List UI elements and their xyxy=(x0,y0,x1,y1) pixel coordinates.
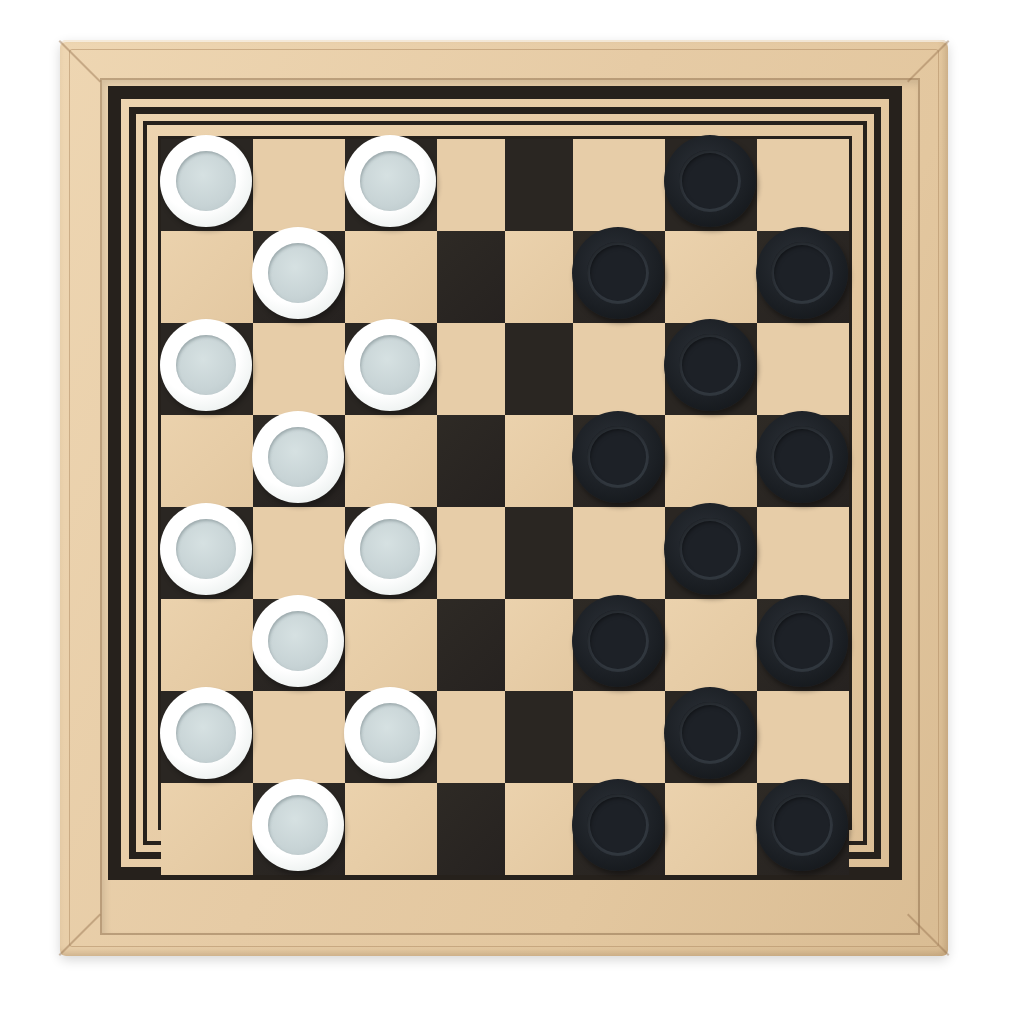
black-piece-center xyxy=(587,610,649,672)
white-piece-center xyxy=(360,703,420,763)
square-f5[interactable] xyxy=(573,415,665,507)
square-f1[interactable] xyxy=(573,783,665,875)
white-piece-b5[interactable] xyxy=(252,411,344,503)
black-piece-center xyxy=(679,334,741,396)
white-piece-center xyxy=(176,151,236,211)
square-g6[interactable] xyxy=(665,323,757,415)
white-piece-b3[interactable] xyxy=(252,595,344,687)
square-h6[interactable] xyxy=(757,323,849,415)
white-piece-center xyxy=(268,243,328,303)
black-piece-h1[interactable] xyxy=(756,779,848,871)
square-b1[interactable] xyxy=(253,783,345,875)
black-piece-center xyxy=(587,426,649,488)
white-piece-a2[interactable] xyxy=(160,687,252,779)
square-c4[interactable] xyxy=(345,507,437,599)
white-piece-c2[interactable] xyxy=(344,687,436,779)
white-piece-center xyxy=(360,335,420,395)
square-e8[interactable] xyxy=(505,139,573,231)
square-g5[interactable] xyxy=(665,415,757,507)
frame-miter-top-left xyxy=(59,40,101,82)
square-b3[interactable] xyxy=(253,599,345,691)
square-b7[interactable] xyxy=(253,231,345,323)
white-piece-a4[interactable] xyxy=(160,503,252,595)
white-piece-b7[interactable] xyxy=(252,227,344,319)
square-d1[interactable] xyxy=(437,783,505,875)
square-d8[interactable] xyxy=(437,139,505,231)
frame-miter-bottom-left xyxy=(59,914,101,956)
white-piece-c4[interactable] xyxy=(344,503,436,595)
black-piece-center xyxy=(679,702,741,764)
black-piece-g4[interactable] xyxy=(664,503,756,595)
square-g2[interactable] xyxy=(665,691,757,783)
square-g1[interactable] xyxy=(665,783,757,875)
black-piece-center xyxy=(771,794,833,856)
square-d4[interactable] xyxy=(437,507,505,599)
frame-miter-top-right xyxy=(907,40,949,82)
square-a8[interactable] xyxy=(161,139,253,231)
square-c1[interactable] xyxy=(345,783,437,875)
black-piece-g6[interactable] xyxy=(664,319,756,411)
square-a2[interactable] xyxy=(161,691,253,783)
square-b8[interactable] xyxy=(253,139,345,231)
black-piece-f5[interactable] xyxy=(572,411,664,503)
square-c5[interactable] xyxy=(345,415,437,507)
frame-miter-bottom-right xyxy=(907,914,949,956)
black-piece-g8[interactable] xyxy=(664,135,756,227)
decorative-border-inner xyxy=(143,121,867,845)
white-piece-center xyxy=(176,519,236,579)
black-piece-h3[interactable] xyxy=(756,595,848,687)
square-e6[interactable] xyxy=(505,323,573,415)
square-c7[interactable] xyxy=(345,231,437,323)
square-h5[interactable] xyxy=(757,415,849,507)
white-piece-b1[interactable] xyxy=(252,779,344,871)
square-b5[interactable] xyxy=(253,415,345,507)
square-b2[interactable] xyxy=(253,691,345,783)
square-a3[interactable] xyxy=(161,599,253,691)
black-piece-center xyxy=(771,610,833,672)
square-e4[interactable] xyxy=(505,507,573,599)
white-piece-center xyxy=(268,795,328,855)
square-f6[interactable] xyxy=(573,323,665,415)
black-piece-center xyxy=(587,794,649,856)
black-piece-center xyxy=(771,426,833,488)
white-piece-center xyxy=(176,335,236,395)
square-c2[interactable] xyxy=(345,691,437,783)
white-piece-center xyxy=(268,611,328,671)
square-d7[interactable] xyxy=(437,231,505,323)
white-piece-center xyxy=(176,703,236,763)
square-e5[interactable] xyxy=(505,415,573,507)
decorative-border-outer xyxy=(108,86,902,880)
photo-background xyxy=(0,0,1024,1024)
square-c3[interactable] xyxy=(345,599,437,691)
square-a6[interactable] xyxy=(161,323,253,415)
white-piece-center xyxy=(360,151,420,211)
square-e2[interactable] xyxy=(505,691,573,783)
black-piece-center xyxy=(587,242,649,304)
square-e3[interactable] xyxy=(505,599,573,691)
square-h1[interactable] xyxy=(757,783,849,875)
square-f8[interactable] xyxy=(573,139,665,231)
black-piece-h7[interactable] xyxy=(756,227,848,319)
checkers-board-frame xyxy=(60,40,948,956)
decorative-border xyxy=(108,86,902,880)
square-h2[interactable] xyxy=(757,691,849,783)
square-c8[interactable] xyxy=(345,139,437,231)
square-f4[interactable] xyxy=(573,507,665,599)
square-f3[interactable] xyxy=(573,599,665,691)
black-piece-g2[interactable] xyxy=(664,687,756,779)
white-piece-c6[interactable] xyxy=(344,319,436,411)
square-g7[interactable] xyxy=(665,231,757,323)
square-d5[interactable] xyxy=(437,415,505,507)
square-b4[interactable] xyxy=(253,507,345,599)
white-piece-a8[interactable] xyxy=(160,135,252,227)
square-f2[interactable] xyxy=(573,691,665,783)
black-piece-f7[interactable] xyxy=(572,227,664,319)
square-e1[interactable] xyxy=(505,783,573,875)
square-e7[interactable] xyxy=(505,231,573,323)
square-a1[interactable] xyxy=(161,783,253,875)
black-piece-center xyxy=(679,518,741,580)
white-piece-a6[interactable] xyxy=(160,319,252,411)
square-b6[interactable] xyxy=(253,323,345,415)
white-piece-center xyxy=(268,427,328,487)
black-piece-h5[interactable] xyxy=(756,411,848,503)
square-g4[interactable] xyxy=(665,507,757,599)
square-g3[interactable] xyxy=(665,599,757,691)
checkerboard xyxy=(158,136,852,830)
black-piece-f1[interactable] xyxy=(572,779,664,871)
square-a4[interactable] xyxy=(161,507,253,599)
black-piece-center xyxy=(771,242,833,304)
square-a5[interactable] xyxy=(161,415,253,507)
square-h8[interactable] xyxy=(757,139,849,231)
square-d6[interactable] xyxy=(437,323,505,415)
white-piece-c8[interactable] xyxy=(344,135,436,227)
square-d3[interactable] xyxy=(437,599,505,691)
black-piece-f3[interactable] xyxy=(572,595,664,687)
decorative-border-middle xyxy=(129,107,881,859)
white-piece-center xyxy=(360,519,420,579)
square-g8[interactable] xyxy=(665,139,757,231)
square-h3[interactable] xyxy=(757,599,849,691)
square-h4[interactable] xyxy=(757,507,849,599)
black-piece-center xyxy=(679,150,741,212)
square-a7[interactable] xyxy=(161,231,253,323)
square-f7[interactable] xyxy=(573,231,665,323)
square-h7[interactable] xyxy=(757,231,849,323)
square-c6[interactable] xyxy=(345,323,437,415)
square-d2[interactable] xyxy=(437,691,505,783)
